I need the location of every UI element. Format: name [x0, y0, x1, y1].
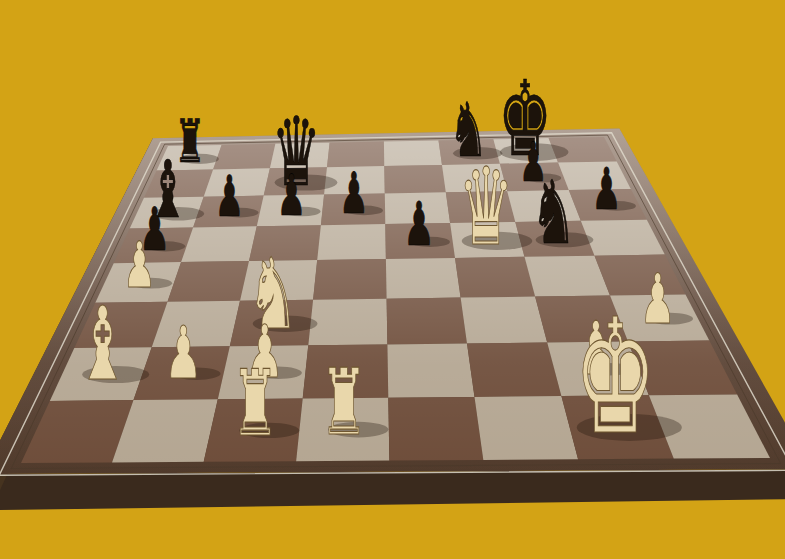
piece-white-bishop-a2[interactable]: ♝ — [76, 285, 129, 404]
piece-white-queen-f5[interactable]: ♛ — [458, 145, 514, 270]
piece-black-pawn-c6[interactable]: ♟ — [277, 162, 307, 228]
piece-black-pawn-e5[interactable]: ♟ — [403, 189, 434, 260]
board-canvas: ♜♞♚♛♟♝♟♟♟♟♟♟♛♞♟♞♟♝♟♟♟♜♜♚ — [0, 0, 785, 559]
chessboard-3d-scene: ♜♞♚♛♟♝♟♟♟♟♟♟♛♞♟♞♟♝♟♟♟♜♜♚ — [0, 0, 785, 559]
piece-black-knight-g5[interactable]: ♞ — [531, 161, 577, 264]
piece-black-pawn-h6[interactable]: ♟ — [592, 155, 622, 222]
piece-black-pawn-d6[interactable]: ♟ — [339, 161, 369, 227]
piece-white-king-g1[interactable]: ♚ — [574, 284, 657, 470]
piece-black-pawn-b6[interactable]: ♟ — [215, 163, 245, 229]
piece-white-rook-d1[interactable]: ♜ — [320, 350, 367, 456]
piece-white-rook-c1[interactable]: ♜ — [232, 351, 279, 457]
piece-white-pawn-b2[interactable]: ♟ — [165, 311, 203, 395]
